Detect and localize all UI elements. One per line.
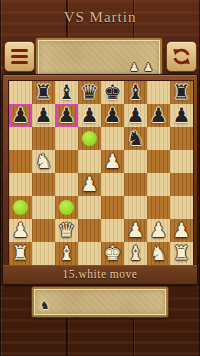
black-bishop-f8[interactable]: ♝ [124, 81, 147, 104]
chess-app: VS Martin ♟♟ ♜♝♛♚♝♜♟♟♟♟♟♟♟♟♞♞♟♟♟♛♟♟♟♜♝♚♝… [0, 0, 200, 356]
square-a3[interactable] [9, 196, 32, 219]
black-pawn-h7[interactable]: ♟ [170, 104, 193, 127]
captured-black-knight-icon: ♞ [40, 300, 50, 311]
white-rook-a1[interactable]: ♜ [9, 242, 32, 265]
white-pawn-e5[interactable]: ♟ [101, 150, 124, 173]
square-c3[interactable] [55, 196, 78, 219]
white-bishop-f1[interactable]: ♝ [124, 242, 147, 265]
square-e3[interactable] [101, 196, 124, 219]
square-d1[interactable] [78, 242, 101, 265]
move-hint-dot[interactable] [59, 200, 74, 215]
square-b6[interactable] [32, 127, 55, 150]
white-king-e1[interactable]: ♚ [101, 242, 124, 265]
refresh-button[interactable] [166, 41, 197, 72]
square-h7[interactable]: ♟ [170, 104, 193, 127]
square-f5[interactable] [124, 150, 147, 173]
white-pawn-g2[interactable]: ♟ [147, 219, 170, 242]
captured-pieces-white-side: ♞ [34, 289, 166, 315]
square-d4[interactable]: ♟ [78, 173, 101, 196]
captured-pieces-black-side: ♟♟ [38, 40, 160, 75]
square-c7[interactable]: ♟ [55, 104, 78, 127]
square-c4[interactable] [55, 173, 78, 196]
white-pawn-d4[interactable]: ♟ [78, 173, 101, 196]
square-c2[interactable]: ♛ [55, 219, 78, 242]
chess-board[interactable]: ♜♝♛♚♝♜♟♟♟♟♟♟♟♟♞♞♟♟♟♛♟♟♟♜♝♚♝♞♜ [9, 81, 193, 265]
black-pawn-f7[interactable]: ♟ [124, 104, 147, 127]
square-g4[interactable] [147, 173, 170, 196]
square-g2[interactable]: ♟ [147, 219, 170, 242]
square-f8[interactable]: ♝ [124, 81, 147, 104]
black-pawn-e7[interactable]: ♟ [101, 104, 124, 127]
white-rook-h1[interactable]: ♜ [170, 242, 193, 265]
square-g8[interactable] [147, 81, 170, 104]
black-pawn-c7[interactable]: ♟ [55, 104, 78, 127]
hamburger-icon [11, 49, 28, 64]
white-pawn-f2[interactable]: ♟ [124, 219, 147, 242]
square-h6[interactable] [170, 127, 193, 150]
square-f3[interactable] [124, 196, 147, 219]
white-pawn-a2[interactable]: ♟ [9, 219, 32, 242]
square-e8[interactable]: ♚ [101, 81, 124, 104]
square-e1[interactable]: ♚ [101, 242, 124, 265]
square-b1[interactable] [32, 242, 55, 265]
square-h5[interactable] [170, 150, 193, 173]
move-status: 15.white move [3, 265, 197, 284]
square-h8[interactable]: ♜ [170, 81, 193, 104]
square-a5[interactable] [9, 150, 32, 173]
square-h2[interactable]: ♟ [170, 219, 193, 242]
black-knight-f6[interactable]: ♞ [124, 127, 147, 150]
square-b3[interactable] [32, 196, 55, 219]
square-a6[interactable] [9, 127, 32, 150]
square-a7[interactable]: ♟ [9, 104, 32, 127]
board-frame: ♜♝♛♚♝♜♟♟♟♟♟♟♟♟♞♞♟♟♟♛♟♟♟♜♝♚♝♞♜ 15.white m… [2, 74, 198, 285]
square-e7[interactable]: ♟ [101, 104, 124, 127]
square-d2[interactable] [78, 219, 101, 242]
square-f7[interactable]: ♟ [124, 104, 147, 127]
black-pawn-a7[interactable]: ♟ [9, 104, 32, 127]
square-h1[interactable]: ♜ [170, 242, 193, 265]
square-c1[interactable]: ♝ [55, 242, 78, 265]
square-h4[interactable] [170, 173, 193, 196]
square-d6[interactable] [78, 127, 101, 150]
square-g1[interactable]: ♞ [147, 242, 170, 265]
square-e6[interactable] [101, 127, 124, 150]
square-c5[interactable] [55, 150, 78, 173]
white-bishop-c1[interactable]: ♝ [55, 242, 78, 265]
black-bishop-c8[interactable]: ♝ [55, 81, 78, 104]
square-d8[interactable]: ♛ [78, 81, 101, 104]
white-queen-c2[interactable]: ♛ [55, 219, 78, 242]
square-d7[interactable]: ♟ [78, 104, 101, 127]
move-hint-dot[interactable] [82, 131, 97, 146]
black-rook-b8[interactable]: ♜ [32, 81, 55, 104]
square-a8[interactable] [9, 81, 32, 104]
refresh-icon [172, 47, 191, 66]
square-b4[interactable] [32, 173, 55, 196]
square-b2[interactable] [32, 219, 55, 242]
white-pawn-h2[interactable]: ♟ [170, 219, 193, 242]
square-f2[interactable]: ♟ [124, 219, 147, 242]
square-a2[interactable]: ♟ [9, 219, 32, 242]
move-hint-dot[interactable] [13, 200, 28, 215]
black-queen-d8[interactable]: ♛ [78, 81, 101, 104]
black-pawn-d7[interactable]: ♟ [78, 104, 101, 127]
square-b5[interactable]: ♞ [32, 150, 55, 173]
captured-by-white-tray: ♞ [32, 287, 168, 317]
square-g3[interactable] [147, 196, 170, 219]
opponent-title: VS Martin [0, 9, 200, 26]
menu-button[interactable] [4, 41, 35, 72]
captured-white-pawn-icon: ♟ [129, 62, 139, 73]
square-g5[interactable] [147, 150, 170, 173]
square-b8[interactable]: ♜ [32, 81, 55, 104]
black-pawn-b7[interactable]: ♟ [32, 104, 55, 127]
square-f6[interactable]: ♞ [124, 127, 147, 150]
square-f4[interactable] [124, 173, 147, 196]
square-e5[interactable]: ♟ [101, 150, 124, 173]
square-f1[interactable]: ♝ [124, 242, 147, 265]
square-c6[interactable] [55, 127, 78, 150]
white-knight-g1[interactable]: ♞ [147, 242, 170, 265]
black-pawn-g7[interactable]: ♟ [147, 104, 170, 127]
square-h3[interactable] [170, 196, 193, 219]
square-g7[interactable]: ♟ [147, 104, 170, 127]
black-king-e8[interactable]: ♚ [101, 81, 124, 104]
square-e2[interactable] [101, 219, 124, 242]
square-a4[interactable] [9, 173, 32, 196]
captured-by-black-tray: ♟♟ [36, 38, 162, 77]
captured-white-pawn-icon: ♟ [143, 62, 153, 73]
square-a1[interactable]: ♜ [9, 242, 32, 265]
square-g6[interactable] [147, 127, 170, 150]
square-b7[interactable]: ♟ [32, 104, 55, 127]
square-d3[interactable] [78, 196, 101, 219]
square-e4[interactable] [101, 173, 124, 196]
square-d5[interactable] [78, 150, 101, 173]
black-rook-h8[interactable]: ♜ [170, 81, 193, 104]
square-c8[interactable]: ♝ [55, 81, 78, 104]
white-knight-b5[interactable]: ♞ [32, 150, 55, 173]
